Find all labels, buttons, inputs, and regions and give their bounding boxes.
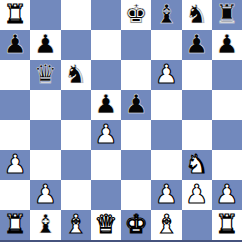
black-bishop[interactable]: ♝ [34, 211, 57, 237]
square-e5[interactable]: ♟ [121, 90, 151, 120]
square-g6[interactable] [182, 60, 212, 90]
square-c8[interactable] [61, 0, 91, 30]
square-b4[interactable] [30, 120, 60, 150]
black-pawn[interactable]: ♟ [3, 31, 26, 57]
square-c7[interactable] [61, 30, 91, 60]
square-b8[interactable] [30, 0, 60, 30]
square-g8[interactable]: ♞ [182, 0, 212, 30]
white-knight[interactable]: ♞ [185, 151, 208, 177]
white-rook[interactable]: ♜ [215, 211, 238, 237]
white-pawn[interactable]: ♟ [34, 181, 57, 207]
square-g7[interactable]: ♟ [182, 30, 212, 60]
square-h4[interactable] [212, 120, 242, 150]
square-c2[interactable] [61, 180, 91, 210]
white-bishop[interactable]: ♝ [64, 211, 87, 237]
black-pawn[interactable]: ♟ [94, 91, 117, 117]
square-b1[interactable]: ♝ [30, 210, 60, 240]
square-a4[interactable] [0, 120, 30, 150]
white-queen[interactable]: ♛ [94, 211, 117, 237]
chess-board: ♜♚♝♞♜♟♟♟♟♛♞♟♟♟♟♟♞♟♟♟♟♜♝♝♛♚♝♜ [0, 0, 242, 242]
square-f8[interactable]: ♝ [151, 0, 181, 30]
square-e3[interactable] [121, 150, 151, 180]
square-b6[interactable]: ♛ [30, 60, 60, 90]
square-d8[interactable] [91, 0, 121, 30]
square-d7[interactable] [91, 30, 121, 60]
white-pawn[interactable]: ♟ [215, 181, 238, 207]
square-d2[interactable] [91, 180, 121, 210]
white-king[interactable]: ♚ [124, 211, 147, 237]
square-g5[interactable] [182, 90, 212, 120]
square-e2[interactable] [121, 180, 151, 210]
square-c6[interactable]: ♞ [61, 60, 91, 90]
square-g3[interactable]: ♞ [182, 150, 212, 180]
chess-board-container: ♜♚♝♞♜♟♟♟♟♛♞♟♟♟♟♟♞♟♟♟♟♜♝♝♛♚♝♜ [0, 0, 242, 242]
square-h8[interactable]: ♜ [212, 0, 242, 30]
square-a1[interactable]: ♜ [0, 210, 30, 240]
white-pawn[interactable]: ♟ [94, 121, 117, 147]
white-pawn[interactable]: ♟ [3, 151, 26, 177]
square-f2[interactable]: ♟ [151, 180, 181, 210]
black-pawn[interactable]: ♟ [124, 91, 147, 117]
square-e4[interactable] [121, 120, 151, 150]
square-f3[interactable] [151, 150, 181, 180]
square-h3[interactable] [212, 150, 242, 180]
square-e8[interactable]: ♚ [121, 0, 151, 30]
square-e7[interactable] [121, 30, 151, 60]
black-rook[interactable]: ♜ [215, 1, 238, 27]
square-d3[interactable] [91, 150, 121, 180]
square-g1[interactable] [182, 210, 212, 240]
square-b7[interactable]: ♟ [30, 30, 60, 60]
white-rook[interactable]: ♜ [3, 211, 26, 237]
square-h2[interactable]: ♟ [212, 180, 242, 210]
square-a5[interactable] [0, 90, 30, 120]
square-a8[interactable]: ♜ [0, 0, 30, 30]
square-d4[interactable]: ♟ [91, 120, 121, 150]
white-pawn[interactable]: ♟ [155, 61, 178, 87]
black-king[interactable]: ♚ [124, 1, 147, 27]
white-rook[interactable]: ♜ [3, 1, 26, 27]
square-c1[interactable]: ♝ [61, 210, 91, 240]
white-pawn[interactable]: ♟ [155, 181, 178, 207]
square-h6[interactable] [212, 60, 242, 90]
square-c5[interactable] [61, 90, 91, 120]
square-h5[interactable] [212, 90, 242, 120]
square-f7[interactable] [151, 30, 181, 60]
white-pawn[interactable]: ♟ [185, 181, 208, 207]
black-knight[interactable]: ♞ [64, 61, 87, 87]
black-pawn[interactable]: ♟ [185, 31, 208, 57]
square-b3[interactable] [30, 150, 60, 180]
black-pawn[interactable]: ♟ [215, 31, 238, 57]
square-a7[interactable]: ♟ [0, 30, 30, 60]
square-a2[interactable] [0, 180, 30, 210]
black-knight[interactable]: ♞ [185, 1, 208, 27]
square-h1[interactable]: ♜ [212, 210, 242, 240]
black-queen[interactable]: ♛ [34, 61, 57, 87]
square-f4[interactable] [151, 120, 181, 150]
square-b5[interactable] [30, 90, 60, 120]
square-d1[interactable]: ♛ [91, 210, 121, 240]
square-f1[interactable]: ♝ [151, 210, 181, 240]
square-b2[interactable]: ♟ [30, 180, 60, 210]
square-e6[interactable] [121, 60, 151, 90]
square-d5[interactable]: ♟ [91, 90, 121, 120]
square-e1[interactable]: ♚ [121, 210, 151, 240]
square-g2[interactable]: ♟ [182, 180, 212, 210]
square-h7[interactable]: ♟ [212, 30, 242, 60]
square-d6[interactable] [91, 60, 121, 90]
square-g4[interactable] [182, 120, 212, 150]
square-c3[interactable] [61, 150, 91, 180]
white-bishop[interactable]: ♝ [155, 211, 178, 237]
black-bishop[interactable]: ♝ [155, 1, 178, 27]
square-a6[interactable] [0, 60, 30, 90]
square-f6[interactable]: ♟ [151, 60, 181, 90]
square-c4[interactable] [61, 120, 91, 150]
square-a3[interactable]: ♟ [0, 150, 30, 180]
black-pawn[interactable]: ♟ [34, 31, 57, 57]
square-f5[interactable] [151, 90, 181, 120]
